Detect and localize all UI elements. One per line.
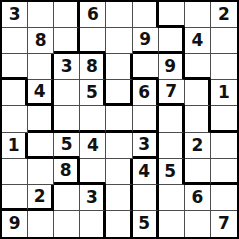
given-digit: 1	[218, 84, 230, 101]
given-digit: 5	[138, 215, 150, 232]
grid-cell-r4c8[interactable]	[185, 80, 211, 106]
grid-cell-r3c4[interactable]: 8	[80, 54, 106, 80]
grid-cell-r6c5[interactable]	[106, 133, 132, 159]
grid-cell-r6c1[interactable]: 1	[2, 133, 28, 159]
given-digit: 9	[164, 58, 176, 75]
grid-cell-r1c1[interactable]: 3	[2, 2, 28, 28]
grid-cell-r9c1[interactable]: 9	[2, 211, 28, 237]
grid-cell-r4c5[interactable]	[106, 80, 132, 106]
grid-cell-r2c4[interactable]	[80, 28, 106, 54]
grid-cell-r9c7[interactable]	[159, 211, 185, 237]
grid-cell-r6c3[interactable]: 5	[54, 133, 80, 159]
grid-cell-r3c9[interactable]	[211, 54, 237, 80]
grid-cell-r1c9[interactable]: 2	[211, 2, 237, 28]
grid-cell-r9c9[interactable]: 7	[211, 211, 237, 237]
grid-cell-r7c9[interactable]	[211, 159, 237, 185]
grid-cell-r3c5[interactable]	[106, 54, 132, 80]
grid-cell-r5c6[interactable]	[133, 106, 159, 132]
grid-cell-r6c6[interactable]: 3	[133, 133, 159, 159]
grid-cell-r3c6[interactable]	[133, 54, 159, 80]
given-digit: 4	[191, 32, 203, 49]
given-digit: 4	[87, 137, 99, 154]
grid-cell-r9c4[interactable]	[80, 211, 106, 237]
grid-cell-r7c8[interactable]	[185, 159, 211, 185]
grid-cell-r6c8[interactable]: 2	[185, 133, 211, 159]
grid-cell-r5c8[interactable]	[185, 106, 211, 132]
given-digit: 2	[34, 188, 46, 205]
grid-cell-r7c7[interactable]: 5	[159, 159, 185, 185]
grid-cell-r8c4[interactable]: 3	[80, 185, 106, 211]
grid-cell-r1c3[interactable]	[54, 2, 80, 28]
grid-cell-r1c7[interactable]	[159, 2, 185, 28]
given-digit: 3	[61, 58, 73, 75]
grid-cell-r5c3[interactable]	[54, 106, 80, 132]
grid-cell-r3c2[interactable]	[28, 54, 54, 80]
grid-cell-r8c3[interactable]	[54, 185, 80, 211]
given-digit: 2	[218, 6, 230, 23]
grid-cell-r2c3[interactable]	[54, 28, 80, 54]
given-digit: 5	[61, 136, 73, 153]
grid-cell-r4c2[interactable]: 4	[28, 80, 54, 106]
grid-cell-r1c6[interactable]	[133, 2, 159, 28]
given-digit: 3	[138, 136, 150, 153]
grid-cell-r7c5[interactable]	[106, 159, 132, 185]
given-digit: 1	[8, 137, 20, 154]
given-digit: 5	[86, 84, 98, 101]
given-digit: 6	[138, 84, 150, 101]
grid-cell-r1c5[interactable]	[106, 2, 132, 28]
grid-cell-r2c7[interactable]	[159, 28, 185, 54]
grid-cell-r7c4[interactable]	[80, 159, 106, 185]
grid-cell-r4c4[interactable]: 5	[80, 80, 106, 106]
given-digit: 4	[138, 163, 150, 180]
grid-cell-r4c1[interactable]	[2, 80, 28, 106]
grid-cell-r7c1[interactable]	[2, 159, 28, 185]
grid-cell-r7c2[interactable]	[28, 159, 54, 185]
grid-cell-r9c8[interactable]	[185, 211, 211, 237]
given-digit: 8	[86, 58, 98, 75]
jigsaw-sudoku-board: 3628943894567115432845236957	[0, 0, 239, 239]
given-digit: 6	[87, 6, 99, 23]
given-digit: 9	[9, 215, 21, 232]
grid-cell-r5c7[interactable]	[159, 106, 185, 132]
grid-cell-r5c5[interactable]	[106, 106, 132, 132]
grid-cell-r5c2[interactable]	[28, 106, 54, 132]
grid-cell-r8c2[interactable]: 2	[28, 185, 54, 211]
grid-cell-r7c6[interactable]: 4	[133, 159, 159, 185]
given-digit: 9	[139, 31, 151, 48]
given-digit: 4	[34, 83, 46, 100]
grid-cell-r9c6[interactable]: 5	[133, 211, 159, 237]
grid-cell-r8c9[interactable]	[211, 185, 237, 211]
grid-cell-r6c9[interactable]	[211, 133, 237, 159]
grid-cell-r8c6[interactable]	[133, 185, 159, 211]
grid-cell-r1c8[interactable]	[185, 2, 211, 28]
grid-cell-r2c9[interactable]	[211, 28, 237, 54]
grid-cell-r4c3[interactable]	[54, 80, 80, 106]
grid-cell-r2c8[interactable]: 4	[185, 28, 211, 54]
given-digit: 8	[60, 162, 72, 179]
given-digit: 8	[35, 32, 47, 49]
grid-cell-r2c6[interactable]: 9	[133, 28, 159, 54]
grid-cell-r4c7[interactable]: 7	[159, 80, 185, 106]
given-digit: 6	[191, 189, 203, 206]
grid-cell-r9c3[interactable]	[54, 211, 80, 237]
grid-cell-r2c1[interactable]	[2, 28, 28, 54]
grid-cell-r6c2[interactable]	[28, 133, 54, 159]
grid-cell-r8c8[interactable]: 6	[185, 185, 211, 211]
grid-cell-r1c4[interactable]: 6	[80, 2, 106, 28]
grid-cell-r5c9[interactable]	[211, 106, 237, 132]
given-digit: 7	[165, 83, 177, 100]
grid-cell-r4c9[interactable]: 1	[211, 80, 237, 106]
grid-cell-r7c3[interactable]: 8	[54, 159, 80, 185]
grid-cell-r3c7[interactable]: 9	[159, 54, 185, 80]
grid-cell-r9c5[interactable]	[106, 211, 132, 237]
puzzle-page: 3628943894567115432845236957	[0, 0, 239, 239]
grid-cell-r2c2[interactable]: 8	[28, 28, 54, 54]
grid-cell-r9c2[interactable]	[28, 211, 54, 237]
grid-cell-r1c2[interactable]	[28, 2, 54, 28]
grid-cell-r3c1[interactable]	[2, 54, 28, 80]
grid-cell-r8c7[interactable]	[159, 185, 185, 211]
given-digit: 2	[191, 137, 203, 154]
grid-cell-r5c4[interactable]	[80, 106, 106, 132]
given-digit: 3	[9, 6, 21, 23]
grid-cell-r8c5[interactable]	[106, 185, 132, 211]
grid-cell-r5c1[interactable]	[2, 106, 28, 132]
given-digit: 7	[218, 215, 230, 232]
grid-cell-r6c4[interactable]: 4	[80, 133, 106, 159]
grid-cell-r2c5[interactable]	[106, 28, 132, 54]
given-digit: 5	[164, 163, 176, 180]
grid-cell-r6c7[interactable]	[159, 133, 185, 159]
given-digit: 3	[86, 189, 98, 206]
grid-cell-r3c8[interactable]	[185, 54, 211, 80]
grid-cell-r4c6[interactable]: 6	[133, 80, 159, 106]
grid-cell-r3c3[interactable]: 3	[54, 54, 80, 80]
grid-cell-r8c1[interactable]	[2, 185, 28, 211]
